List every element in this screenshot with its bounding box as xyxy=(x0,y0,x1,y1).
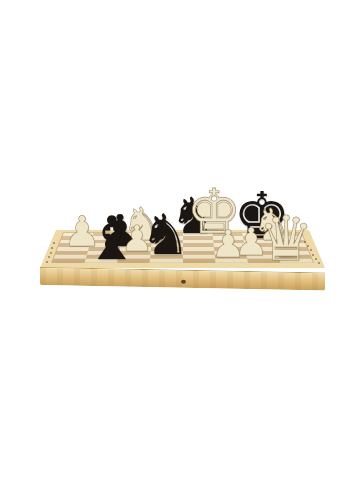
clasp-keyhole xyxy=(181,280,186,284)
square xyxy=(247,259,280,263)
square xyxy=(150,259,183,263)
square xyxy=(85,259,118,263)
square xyxy=(52,259,86,263)
board-grid xyxy=(52,233,313,263)
rim-dot xyxy=(50,252,52,254)
chess-board-top-surface xyxy=(40,230,325,268)
product-photo-scene: ♟♟♝♞♟♞♞♚♟♟♚♞♛ xyxy=(0,0,360,480)
rim-dot xyxy=(304,241,306,243)
rim-dot xyxy=(46,261,48,263)
board-front-edge xyxy=(40,267,325,290)
rim-dot xyxy=(53,242,55,244)
square xyxy=(183,259,216,263)
square xyxy=(117,259,150,263)
square xyxy=(215,259,248,263)
square xyxy=(279,259,313,263)
rim-dot xyxy=(318,262,320,264)
